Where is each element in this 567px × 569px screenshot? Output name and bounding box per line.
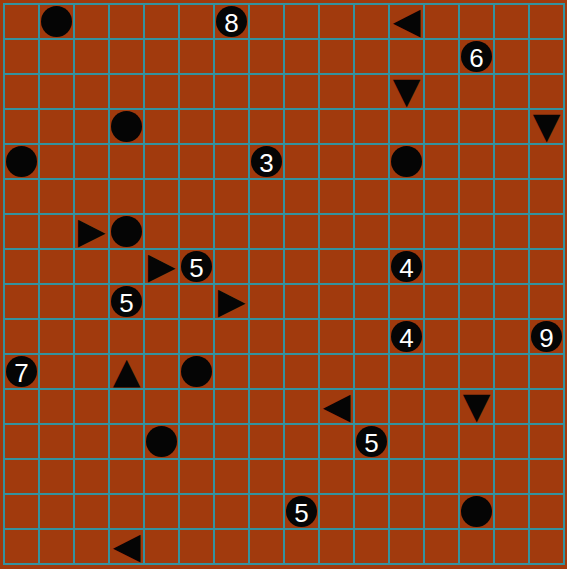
cell-r12-c9[interactable] <box>285 390 318 423</box>
cell-r3-c4[interactable] <box>110 75 143 108</box>
cell-r3-c3[interactable] <box>75 75 108 108</box>
cell-r8-c8[interactable] <box>250 250 283 283</box>
cell-r3-c6[interactable] <box>180 75 213 108</box>
numbered-stone-5: 5 <box>356 426 387 457</box>
cell-r16-c12[interactable] <box>390 530 423 563</box>
cell-r16-c14[interactable] <box>460 530 493 563</box>
black-stone <box>391 146 422 177</box>
cell-r10-c10[interactable] <box>320 320 353 353</box>
arrow-left-icon: ◀ <box>113 529 141 562</box>
cell-r2-c14[interactable]: 6 <box>460 40 493 73</box>
cell-r2-c8[interactable] <box>250 40 283 73</box>
cell-r2-c1[interactable] <box>5 40 38 73</box>
stone-number: 3 <box>259 150 273 176</box>
cell-r13-c14[interactable] <box>460 425 493 458</box>
cell-r16-c3[interactable] <box>75 530 108 563</box>
cell-r2-c6[interactable] <box>180 40 213 73</box>
cell-r5-c10[interactable] <box>320 145 353 178</box>
cell-r12-c4[interactable] <box>110 390 143 423</box>
cell-r13-c9[interactable] <box>285 425 318 458</box>
cell-r1-c8[interactable] <box>250 5 283 38</box>
cell-r13-c15[interactable] <box>495 425 528 458</box>
cell-r9-c8[interactable] <box>250 285 283 318</box>
cell-r6-c2[interactable] <box>40 180 73 213</box>
cell-r13-c10[interactable] <box>320 425 353 458</box>
cell-r1-c12[interactable]: ◀ <box>390 5 423 38</box>
cell-r5-c15[interactable] <box>495 145 528 178</box>
stone-number: 4 <box>399 325 413 351</box>
cell-r11-c13[interactable] <box>425 355 458 388</box>
stone-number: 9 <box>539 325 553 351</box>
cell-r3-c12[interactable]: ▼ <box>390 75 423 108</box>
cell-r4-c1[interactable] <box>5 110 38 143</box>
cell-r14-c16[interactable] <box>530 460 563 493</box>
cell-r6-c10[interactable] <box>320 180 353 213</box>
cell-r10-c11[interactable] <box>355 320 388 353</box>
arrow-up-icon: ▲ <box>113 354 141 387</box>
cell-r11-c11[interactable] <box>355 355 388 388</box>
cell-r12-c8[interactable] <box>250 390 283 423</box>
cell-r4-c13[interactable] <box>425 110 458 143</box>
cell-r7-c9[interactable] <box>285 215 318 248</box>
cell-r16-c6[interactable] <box>180 530 213 563</box>
cell-r7-c2[interactable] <box>40 215 73 248</box>
game-board-stage: 8◀6▼▼3▶▶545▶497▲◀▼55◀ <box>0 0 567 569</box>
cell-r3-c11[interactable] <box>355 75 388 108</box>
cell-r9-c7[interactable]: ▶ <box>215 285 248 318</box>
cell-r4-c6[interactable] <box>180 110 213 143</box>
numbered-stone-8: 8 <box>216 6 247 37</box>
cell-r2-c5[interactable] <box>145 40 178 73</box>
cell-r8-c7[interactable] <box>215 250 248 283</box>
black-stone <box>461 496 492 527</box>
cell-r4-c9[interactable] <box>285 110 318 143</box>
numbered-stone-7: 7 <box>6 356 37 387</box>
cell-r14-c3[interactable] <box>75 460 108 493</box>
cell-r5-c3[interactable] <box>75 145 108 178</box>
cell-r12-c6[interactable] <box>180 390 213 423</box>
cell-r7-c4[interactable] <box>110 215 143 248</box>
cell-r1-c10[interactable] <box>320 5 353 38</box>
cell-r6-c15[interactable] <box>495 180 528 213</box>
cell-r15-c14[interactable] <box>460 495 493 528</box>
cell-r14-c13[interactable] <box>425 460 458 493</box>
cell-r13-c1[interactable] <box>5 425 38 458</box>
cell-r5-c6[interactable] <box>180 145 213 178</box>
cell-r14-c11[interactable] <box>355 460 388 493</box>
cell-r1-c13[interactable] <box>425 5 458 38</box>
cell-r15-c9[interactable]: 5 <box>285 495 318 528</box>
cell-r11-c9[interactable] <box>285 355 318 388</box>
cell-r11-c14[interactable] <box>460 355 493 388</box>
cell-r8-c13[interactable] <box>425 250 458 283</box>
cell-r16-c2[interactable] <box>40 530 73 563</box>
cell-r7-c1[interactable] <box>5 215 38 248</box>
numbered-stone-5: 5 <box>181 251 212 282</box>
cell-r10-c16[interactable]: 9 <box>530 320 563 353</box>
cell-r14-c2[interactable] <box>40 460 73 493</box>
cell-r15-c3[interactable] <box>75 495 108 528</box>
cell-r13-c2[interactable] <box>40 425 73 458</box>
cell-r4-c14[interactable] <box>460 110 493 143</box>
cell-r7-c12[interactable] <box>390 215 423 248</box>
cell-r8-c9[interactable] <box>285 250 318 283</box>
numbered-stone-6: 6 <box>461 41 492 72</box>
cell-r11-c3[interactable] <box>75 355 108 388</box>
stone-number: 5 <box>119 290 133 316</box>
cell-r9-c10[interactable] <box>320 285 353 318</box>
cell-r16-c7[interactable] <box>215 530 248 563</box>
cell-r12-c16[interactable] <box>530 390 563 423</box>
black-stone <box>181 356 212 387</box>
numbered-stone-4: 4 <box>391 251 422 282</box>
cell-r6-c6[interactable] <box>180 180 213 213</box>
cell-r8-c3[interactable] <box>75 250 108 283</box>
cell-r3-c2[interactable] <box>40 75 73 108</box>
black-stone <box>6 146 37 177</box>
cell-r8-c4[interactable] <box>110 250 143 283</box>
puzzle-board: 8◀6▼▼3▶▶545▶497▲◀▼55◀ <box>3 3 565 565</box>
arrow-down-icon: ▼ <box>533 109 561 142</box>
cell-r3-c8[interactable] <box>250 75 283 108</box>
cell-r6-c7[interactable] <box>215 180 248 213</box>
numbered-stone-3: 3 <box>251 146 282 177</box>
cell-r5-c14[interactable] <box>460 145 493 178</box>
cell-r1-c4[interactable] <box>110 5 143 38</box>
cell-r14-c5[interactable] <box>145 460 178 493</box>
cell-r1-c3[interactable] <box>75 5 108 38</box>
cell-r7-c8[interactable] <box>250 215 283 248</box>
cell-r1-c16[interactable] <box>530 5 563 38</box>
cell-r15-c13[interactable] <box>425 495 458 528</box>
cell-r6-c16[interactable] <box>530 180 563 213</box>
cell-r3-c5[interactable] <box>145 75 178 108</box>
cell-r11-c2[interactable] <box>40 355 73 388</box>
cell-r10-c5[interactable] <box>145 320 178 353</box>
cell-r6-c12[interactable] <box>390 180 423 213</box>
cell-r7-c15[interactable] <box>495 215 528 248</box>
cell-r13-c7[interactable] <box>215 425 248 458</box>
cell-r8-c1[interactable] <box>5 250 38 283</box>
cell-r8-c14[interactable] <box>460 250 493 283</box>
cell-r10-c12[interactable]: 4 <box>390 320 423 353</box>
cell-r2-c3[interactable] <box>75 40 108 73</box>
cell-r13-c6[interactable] <box>180 425 213 458</box>
cell-r4-c3[interactable] <box>75 110 108 143</box>
cell-r11-c6[interactable] <box>180 355 213 388</box>
cell-r5-c16[interactable] <box>530 145 563 178</box>
cell-r9-c9[interactable] <box>285 285 318 318</box>
cell-r11-c16[interactable] <box>530 355 563 388</box>
arrow-down-icon: ▼ <box>463 389 491 422</box>
cell-r9-c13[interactable] <box>425 285 458 318</box>
cell-r12-c11[interactable] <box>355 390 388 423</box>
stone-number: 8 <box>224 10 238 36</box>
cell-r16-c1[interactable] <box>5 530 38 563</box>
cell-r15-c2[interactable] <box>40 495 73 528</box>
cell-r12-c10[interactable]: ◀ <box>320 390 353 423</box>
cell-r2-c13[interactable] <box>425 40 458 73</box>
cell-r12-c2[interactable] <box>40 390 73 423</box>
cell-r13-c8[interactable] <box>250 425 283 458</box>
black-stone <box>111 111 142 142</box>
cell-r7-c7[interactable] <box>215 215 248 248</box>
cell-r14-c7[interactable] <box>215 460 248 493</box>
cell-r7-c10[interactable] <box>320 215 353 248</box>
cell-r13-c3[interactable] <box>75 425 108 458</box>
cell-r2-c12[interactable] <box>390 40 423 73</box>
cell-r6-c3[interactable] <box>75 180 108 213</box>
cell-r7-c11[interactable] <box>355 215 388 248</box>
cell-r11-c8[interactable] <box>250 355 283 388</box>
cell-r6-c4[interactable] <box>110 180 143 213</box>
cell-r6-c8[interactable] <box>250 180 283 213</box>
cell-r2-c15[interactable] <box>495 40 528 73</box>
cell-r11-c15[interactable] <box>495 355 528 388</box>
cell-r5-c12[interactable] <box>390 145 423 178</box>
cell-r6-c11[interactable] <box>355 180 388 213</box>
cell-r15-c6[interactable] <box>180 495 213 528</box>
cell-r6-c1[interactable] <box>5 180 38 213</box>
black-stone <box>41 6 72 37</box>
cell-r11-c5[interactable] <box>145 355 178 388</box>
cell-r10-c1[interactable] <box>5 320 38 353</box>
cell-r16-c9[interactable] <box>285 530 318 563</box>
cell-r8-c16[interactable] <box>530 250 563 283</box>
cell-r8-c2[interactable] <box>40 250 73 283</box>
cell-r5-c5[interactable] <box>145 145 178 178</box>
cell-r5-c4[interactable] <box>110 145 143 178</box>
cell-r2-c2[interactable] <box>40 40 73 73</box>
cell-r1-c9[interactable] <box>285 5 318 38</box>
cell-r4-c12[interactable] <box>390 110 423 143</box>
cell-r3-c16[interactable] <box>530 75 563 108</box>
cell-r7-c3[interactable]: ▶ <box>75 215 108 248</box>
cell-r6-c14[interactable] <box>460 180 493 213</box>
cell-r10-c8[interactable] <box>250 320 283 353</box>
cell-r9-c15[interactable] <box>495 285 528 318</box>
cell-r4-c2[interactable] <box>40 110 73 143</box>
cell-r3-c7[interactable] <box>215 75 248 108</box>
arrow-right-icon: ▶ <box>78 214 106 247</box>
cell-r9-c2[interactable] <box>40 285 73 318</box>
cell-r7-c5[interactable] <box>145 215 178 248</box>
cell-r8-c11[interactable] <box>355 250 388 283</box>
cell-r15-c11[interactable] <box>355 495 388 528</box>
cell-r6-c5[interactable] <box>145 180 178 213</box>
cell-r15-c15[interactable] <box>495 495 528 528</box>
cell-r6-c9[interactable] <box>285 180 318 213</box>
cell-r5-c1[interactable] <box>5 145 38 178</box>
cell-r5-c9[interactable] <box>285 145 318 178</box>
cell-r2-c16[interactable] <box>530 40 563 73</box>
cell-r1-c15[interactable] <box>495 5 528 38</box>
cell-r1-c6[interactable] <box>180 5 213 38</box>
cell-r3-c9[interactable] <box>285 75 318 108</box>
cell-r10-c13[interactable] <box>425 320 458 353</box>
cell-r11-c10[interactable] <box>320 355 353 388</box>
cell-r12-c12[interactable] <box>390 390 423 423</box>
cell-r14-c9[interactable] <box>285 460 318 493</box>
cell-r16-c5[interactable] <box>145 530 178 563</box>
cell-r3-c10[interactable] <box>320 75 353 108</box>
cell-r3-c13[interactable] <box>425 75 458 108</box>
cell-r15-c10[interactable] <box>320 495 353 528</box>
cell-r10-c7[interactable] <box>215 320 248 353</box>
cell-r14-c10[interactable] <box>320 460 353 493</box>
cell-r16-c4[interactable]: ◀ <box>110 530 143 563</box>
arrow-left-icon: ◀ <box>393 4 421 37</box>
cell-r16-c10[interactable] <box>320 530 353 563</box>
cell-r10-c6[interactable] <box>180 320 213 353</box>
cell-r16-c13[interactable] <box>425 530 458 563</box>
black-stone <box>111 216 142 247</box>
cell-r12-c1[interactable] <box>5 390 38 423</box>
cell-r16-c11[interactable] <box>355 530 388 563</box>
cell-r1-c11[interactable] <box>355 5 388 38</box>
cell-r2-c10[interactable] <box>320 40 353 73</box>
cell-r9-c14[interactable] <box>460 285 493 318</box>
cell-r2-c9[interactable] <box>285 40 318 73</box>
stone-number: 5 <box>294 500 308 526</box>
cell-r12-c5[interactable] <box>145 390 178 423</box>
arrow-right-icon: ▶ <box>218 284 246 317</box>
cell-r14-c4[interactable] <box>110 460 143 493</box>
cell-r16-c8[interactable] <box>250 530 283 563</box>
cell-r5-c7[interactable] <box>215 145 248 178</box>
cell-r15-c1[interactable] <box>5 495 38 528</box>
cell-r15-c16[interactable] <box>530 495 563 528</box>
cell-r16-c16[interactable] <box>530 530 563 563</box>
cell-r11-c1[interactable]: 7 <box>5 355 38 388</box>
cell-r3-c15[interactable] <box>495 75 528 108</box>
cell-r9-c4[interactable]: 5 <box>110 285 143 318</box>
cell-r7-c16[interactable] <box>530 215 563 248</box>
cell-r9-c6[interactable] <box>180 285 213 318</box>
cell-r11-c12[interactable] <box>390 355 423 388</box>
cell-r3-c14[interactable] <box>460 75 493 108</box>
black-stone <box>146 426 177 457</box>
cell-r4-c8[interactable] <box>250 110 283 143</box>
cell-r4-c4[interactable] <box>110 110 143 143</box>
cell-r10-c15[interactable] <box>495 320 528 353</box>
cell-r10-c4[interactable] <box>110 320 143 353</box>
cell-r4-c16[interactable]: ▼ <box>530 110 563 143</box>
numbered-stone-5: 5 <box>111 286 142 317</box>
cell-r5-c8[interactable]: 3 <box>250 145 283 178</box>
cell-r14-c12[interactable] <box>390 460 423 493</box>
cell-r12-c7[interactable] <box>215 390 248 423</box>
cell-r1-c5[interactable] <box>145 5 178 38</box>
stone-number: 5 <box>364 430 378 456</box>
cell-r9-c5[interactable] <box>145 285 178 318</box>
cell-r5-c2[interactable] <box>40 145 73 178</box>
cell-r15-c4[interactable] <box>110 495 143 528</box>
arrow-left-icon: ◀ <box>323 389 351 422</box>
stone-number: 6 <box>469 45 483 71</box>
cell-r13-c12[interactable] <box>390 425 423 458</box>
cell-r6-c13[interactable] <box>425 180 458 213</box>
cell-r2-c7[interactable] <box>215 40 248 73</box>
cell-r8-c10[interactable] <box>320 250 353 283</box>
cell-r10-c9[interactable] <box>285 320 318 353</box>
cell-r16-c15[interactable] <box>495 530 528 563</box>
cell-r15-c8[interactable] <box>250 495 283 528</box>
cell-r4-c15[interactable] <box>495 110 528 143</box>
cell-r10-c14[interactable] <box>460 320 493 353</box>
cell-r5-c13[interactable] <box>425 145 458 178</box>
cell-r15-c5[interactable] <box>145 495 178 528</box>
stone-number: 4 <box>399 255 413 281</box>
cell-r9-c12[interactable] <box>390 285 423 318</box>
cell-r2-c4[interactable] <box>110 40 143 73</box>
cell-r11-c7[interactable] <box>215 355 248 388</box>
cell-r1-c1[interactable] <box>5 5 38 38</box>
cell-r7-c6[interactable] <box>180 215 213 248</box>
cell-r1-c7[interactable]: 8 <box>215 5 248 38</box>
cell-r8-c15[interactable] <box>495 250 528 283</box>
cell-r13-c13[interactable] <box>425 425 458 458</box>
cell-r3-c1[interactable] <box>5 75 38 108</box>
cell-r1-c2[interactable] <box>40 5 73 38</box>
arrow-right-icon: ▶ <box>148 249 176 282</box>
cell-r4-c11[interactable] <box>355 110 388 143</box>
cell-r5-c11[interactable] <box>355 145 388 178</box>
cell-r10-c3[interactable] <box>75 320 108 353</box>
cell-r9-c11[interactable] <box>355 285 388 318</box>
cell-r13-c4[interactable] <box>110 425 143 458</box>
numbered-stone-9: 9 <box>531 321 562 352</box>
cell-r12-c15[interactable] <box>495 390 528 423</box>
cell-r15-c12[interactable] <box>390 495 423 528</box>
cell-r14-c15[interactable] <box>495 460 528 493</box>
cell-r2-c11[interactable] <box>355 40 388 73</box>
stone-number: 5 <box>189 255 203 281</box>
cell-r10-c2[interactable] <box>40 320 73 353</box>
cell-r4-c5[interactable] <box>145 110 178 143</box>
cell-r15-c7[interactable] <box>215 495 248 528</box>
cell-r12-c13[interactable] <box>425 390 458 423</box>
cell-r14-c8[interactable] <box>250 460 283 493</box>
cell-r8-c6[interactable]: 5 <box>180 250 213 283</box>
cell-r14-c6[interactable] <box>180 460 213 493</box>
cell-r11-c4[interactable]: ▲ <box>110 355 143 388</box>
arrow-down-icon: ▼ <box>393 74 421 107</box>
cell-r1-c14[interactable] <box>460 5 493 38</box>
cell-r9-c16[interactable] <box>530 285 563 318</box>
cell-r13-c16[interactable] <box>530 425 563 458</box>
cell-r13-c5[interactable] <box>145 425 178 458</box>
cell-r9-c3[interactable] <box>75 285 108 318</box>
stone-number: 7 <box>14 360 28 386</box>
cell-r12-c3[interactable] <box>75 390 108 423</box>
cell-r12-c14[interactable]: ▼ <box>460 390 493 423</box>
cell-r13-c11[interactable]: 5 <box>355 425 388 458</box>
numbered-stone-5: 5 <box>286 496 317 527</box>
cell-r4-c7[interactable] <box>215 110 248 143</box>
cell-r7-c13[interactable] <box>425 215 458 248</box>
cell-r8-c12[interactable]: 4 <box>390 250 423 283</box>
cell-r8-c5[interactable]: ▶ <box>145 250 178 283</box>
cell-r14-c1[interactable] <box>5 460 38 493</box>
cell-r14-c14[interactable] <box>460 460 493 493</box>
cell-r7-c14[interactable] <box>460 215 493 248</box>
cell-r9-c1[interactable] <box>5 285 38 318</box>
numbered-stone-4: 4 <box>391 321 422 352</box>
cell-r4-c10[interactable] <box>320 110 353 143</box>
